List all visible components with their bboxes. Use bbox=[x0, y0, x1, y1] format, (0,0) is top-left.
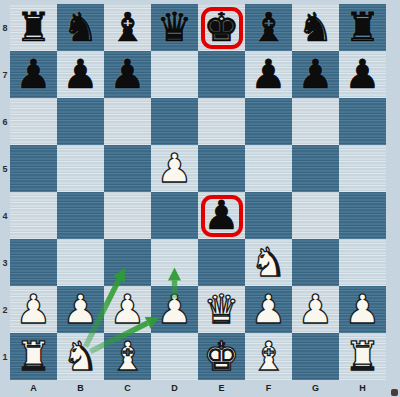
piece-black-pawn: ♟ bbox=[345, 51, 381, 98]
square-b3[interactable] bbox=[57, 239, 104, 286]
square-e8[interactable]: ♚ bbox=[198, 4, 245, 51]
square-b8[interactable]: ♞ bbox=[57, 4, 104, 51]
piece-black-king: ♚ bbox=[204, 4, 240, 51]
square-d4[interactable] bbox=[151, 192, 198, 239]
square-a6[interactable] bbox=[10, 98, 57, 145]
square-b2[interactable]: ♟ bbox=[57, 286, 104, 333]
square-c4[interactable] bbox=[104, 192, 151, 239]
square-h4[interactable] bbox=[339, 192, 386, 239]
square-a8[interactable]: ♜ bbox=[10, 4, 57, 51]
piece-black-pawn: ♟ bbox=[63, 51, 99, 98]
piece-white-bishop: ♝ bbox=[110, 333, 146, 380]
rank-label-8: 8 bbox=[0, 4, 10, 51]
piece-black-queen: ♛ bbox=[157, 4, 193, 51]
square-h2[interactable]: ♟ bbox=[339, 286, 386, 333]
piece-white-knight: ♞ bbox=[251, 239, 287, 286]
rank-label-6: 6 bbox=[0, 98, 10, 145]
piece-white-pawn: ♟ bbox=[63, 286, 99, 333]
square-g6[interactable] bbox=[292, 98, 339, 145]
rank-label-7: 7 bbox=[0, 51, 10, 98]
file-label-a: A bbox=[10, 381, 57, 395]
square-f8[interactable]: ♝ bbox=[245, 4, 292, 51]
square-h8[interactable]: ♜ bbox=[339, 4, 386, 51]
square-c1[interactable]: ♝ bbox=[104, 333, 151, 380]
square-c6[interactable] bbox=[104, 98, 151, 145]
piece-black-rook: ♜ bbox=[16, 4, 52, 51]
file-label-h: H bbox=[339, 381, 386, 395]
square-c8[interactable]: ♝ bbox=[104, 4, 151, 51]
square-b7[interactable]: ♟ bbox=[57, 51, 104, 98]
piece-black-knight: ♞ bbox=[63, 4, 99, 51]
piece-black-pawn: ♟ bbox=[16, 51, 52, 98]
file-label-e: E bbox=[198, 381, 245, 395]
square-c2[interactable]: ♟ bbox=[104, 286, 151, 333]
square-e6[interactable] bbox=[198, 98, 245, 145]
square-g5[interactable] bbox=[292, 145, 339, 192]
square-a2[interactable]: ♟ bbox=[10, 286, 57, 333]
square-d8[interactable]: ♛ bbox=[151, 4, 198, 51]
piece-white-pawn: ♟ bbox=[345, 286, 381, 333]
piece-white-knight: ♞ bbox=[63, 333, 99, 380]
square-h3[interactable] bbox=[339, 239, 386, 286]
piece-white-pawn: ♟ bbox=[157, 145, 193, 192]
square-f2[interactable]: ♟ bbox=[245, 286, 292, 333]
rank-label-4: 4 bbox=[0, 192, 10, 239]
square-g8[interactable]: ♞ bbox=[292, 4, 339, 51]
square-a3[interactable] bbox=[10, 239, 57, 286]
file-label-d: D bbox=[151, 381, 198, 395]
piece-black-pawn: ♟ bbox=[204, 192, 240, 239]
piece-white-pawn: ♟ bbox=[157, 286, 193, 333]
piece-white-pawn: ♟ bbox=[251, 286, 287, 333]
piece-black-pawn: ♟ bbox=[298, 51, 334, 98]
piece-white-bishop: ♝ bbox=[251, 333, 287, 380]
square-h7[interactable]: ♟ bbox=[339, 51, 386, 98]
rank-label-3: 3 bbox=[0, 239, 10, 286]
square-d6[interactable] bbox=[151, 98, 198, 145]
piece-white-pawn: ♟ bbox=[16, 286, 52, 333]
piece-black-bishop: ♝ bbox=[110, 4, 146, 51]
square-d1[interactable] bbox=[151, 333, 198, 380]
square-c3[interactable] bbox=[104, 239, 151, 286]
square-g4[interactable] bbox=[292, 192, 339, 239]
piece-white-rook: ♜ bbox=[345, 333, 381, 380]
file-label-c: C bbox=[104, 381, 151, 395]
square-f5[interactable] bbox=[245, 145, 292, 192]
square-f4[interactable] bbox=[245, 192, 292, 239]
piece-black-pawn: ♟ bbox=[251, 51, 287, 98]
square-d3[interactable] bbox=[151, 239, 198, 286]
square-h1[interactable]: ♜ bbox=[339, 333, 386, 380]
square-b4[interactable] bbox=[57, 192, 104, 239]
square-g1[interactable] bbox=[292, 333, 339, 380]
piece-white-rook: ♜ bbox=[16, 333, 52, 380]
rank-label-2: 2 bbox=[0, 286, 10, 333]
square-f6[interactable] bbox=[245, 98, 292, 145]
square-g3[interactable] bbox=[292, 239, 339, 286]
square-d7[interactable] bbox=[151, 51, 198, 98]
file-label-f: F bbox=[245, 381, 292, 395]
piece-white-pawn: ♟ bbox=[298, 286, 334, 333]
square-a1[interactable]: ♜ bbox=[10, 333, 57, 380]
square-f1[interactable]: ♝ bbox=[245, 333, 292, 380]
square-e2[interactable]: ♛ bbox=[198, 286, 245, 333]
piece-black-rook: ♜ bbox=[345, 4, 381, 51]
square-a7[interactable]: ♟ bbox=[10, 51, 57, 98]
piece-white-queen: ♛ bbox=[204, 286, 240, 333]
square-e5[interactable] bbox=[198, 145, 245, 192]
rank-label-5: 5 bbox=[0, 145, 10, 192]
square-e7[interactable] bbox=[198, 51, 245, 98]
square-f7[interactable]: ♟ bbox=[245, 51, 292, 98]
square-b1[interactable]: ♞ bbox=[57, 333, 104, 380]
file-label-b: B bbox=[57, 381, 104, 395]
piece-black-knight: ♞ bbox=[298, 4, 334, 51]
chess-lesson-screenshot: 87654321 ♜♞♝♛♚♝♞♜♟♟♟♟♟♟♟♟♞♟♟♟♟♛♟♟♟♜♞♝♚♝♜… bbox=[0, 0, 400, 397]
square-e4[interactable]: ♟ bbox=[198, 192, 245, 239]
file-labels: ABCDEFGH bbox=[10, 381, 386, 395]
square-e3[interactable] bbox=[198, 239, 245, 286]
piece-white-pawn: ♟ bbox=[110, 286, 146, 333]
square-a4[interactable] bbox=[10, 192, 57, 239]
square-b5[interactable] bbox=[57, 145, 104, 192]
square-b6[interactable] bbox=[57, 98, 104, 145]
square-a5[interactable] bbox=[10, 145, 57, 192]
rank-labels: 87654321 bbox=[0, 4, 10, 380]
square-f3[interactable]: ♞ bbox=[245, 239, 292, 286]
square-g2[interactable]: ♟ bbox=[292, 286, 339, 333]
square-e1[interactable]: ♚ bbox=[198, 333, 245, 380]
rank-label-1: 1 bbox=[0, 333, 10, 380]
corner-dot bbox=[391, 389, 398, 396]
square-g7[interactable]: ♟ bbox=[292, 51, 339, 98]
piece-black-bishop: ♝ bbox=[251, 4, 287, 51]
square-h6[interactable] bbox=[339, 98, 386, 145]
square-d5[interactable]: ♟ bbox=[151, 145, 198, 192]
file-label-g: G bbox=[292, 381, 339, 395]
square-c7[interactable]: ♟ bbox=[104, 51, 151, 98]
chess-board[interactable]: ♜♞♝♛♚♝♞♜♟♟♟♟♟♟♟♟♞♟♟♟♟♛♟♟♟♜♞♝♚♝♜ bbox=[10, 4, 386, 380]
square-d2[interactable]: ♟ bbox=[151, 286, 198, 333]
square-h5[interactable] bbox=[339, 145, 386, 192]
piece-white-king: ♚ bbox=[204, 333, 240, 380]
square-c5[interactable] bbox=[104, 145, 151, 192]
piece-black-pawn: ♟ bbox=[110, 51, 146, 98]
